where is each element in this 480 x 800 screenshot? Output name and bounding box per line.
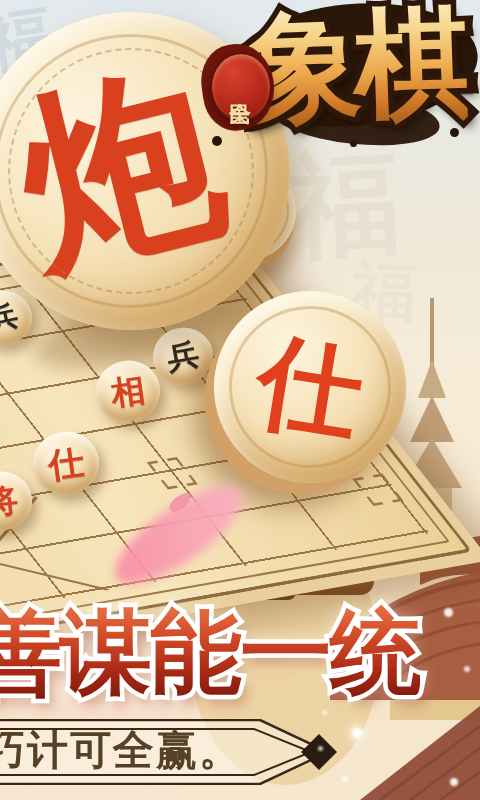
- sparkle-dot: [444, 608, 453, 617]
- sparkle-dot: [318, 746, 323, 751]
- piece-glyph: 仕: [46, 444, 86, 483]
- logo-badge-seal: 全民: [210, 52, 272, 122]
- headline-slogan: 善谋能一统 善谋能一统: [0, 604, 420, 701]
- sparkle-dot: [464, 666, 470, 672]
- banner-nib-diamond-icon: [301, 734, 337, 770]
- piece-glyph: 将: [0, 483, 20, 519]
- ink-splatter-dot: [212, 136, 222, 146]
- splash-screen: 福 畐 田 福 福: [0, 0, 480, 800]
- scroll-banner: 巧计可全赢。: [0, 719, 340, 785]
- ink-splatter-dot: [350, 140, 357, 147]
- piece-glyph: 兵: [165, 338, 202, 373]
- piece-glyph: 兵: [0, 301, 21, 335]
- sparkle-dot: [352, 728, 362, 738]
- watermark-calligraphy: 福: [285, 145, 403, 263]
- headline-text: 善谋能一统: [0, 598, 420, 706]
- sparkle-dot: [322, 710, 327, 715]
- game-logo: 象棋 象棋 全民: [200, 0, 480, 155]
- banner-slogan-text: 巧计可全赢。: [0, 730, 242, 771]
- logo-title-gold-text: 象棋: [240, 0, 469, 139]
- logo-badge-text: 全民: [226, 85, 256, 89]
- piece-glyph: 相: [109, 373, 147, 410]
- sparkle-dot: [450, 778, 458, 786]
- logo-title: 象棋 象棋: [240, 0, 468, 132]
- sparkle-dot: [342, 776, 348, 782]
- piece-glyph: 仕: [251, 328, 370, 447]
